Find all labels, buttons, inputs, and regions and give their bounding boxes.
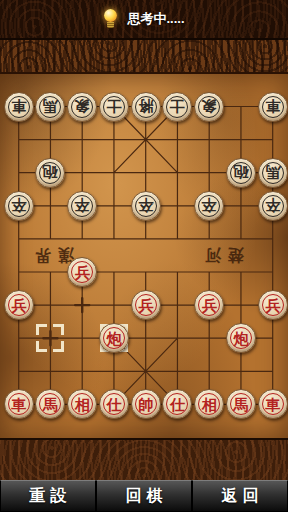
back-button[interactable]: 返回 [192,480,288,512]
piece-character: 砲 [36,159,64,187]
thinking-bulb-icon [103,9,118,30]
piece-character: 象 [68,93,96,121]
piece-character: 兵 [5,291,33,319]
status-bar: 思考中..... [0,0,288,38]
piece-black-cannon[interactable]: 砲 [226,158,256,188]
status-text: 思考中..... [127,10,184,28]
river-label-right: 楚河 [198,244,244,265]
piece-character: 將 [132,93,160,121]
piece-black-elephant[interactable]: 象 [194,92,224,122]
piece-red-elephant[interactable]: 相 [67,389,97,419]
piece-black-advisor[interactable]: 士 [162,92,192,122]
piece-red-horse[interactable]: 馬 [226,389,256,419]
piece-red-soldier[interactable]: 兵 [131,290,161,320]
piece-character: 兵 [195,291,223,319]
piece-character: 馬 [259,159,287,187]
reset-button[interactable]: 重設 [0,480,96,512]
piece-character: 砲 [227,159,255,187]
carved-wood-band-top [0,38,288,74]
piece-black-cannon[interactable]: 砲 [35,158,65,188]
piece-character: 車 [5,390,33,418]
piece-character: 卒 [5,192,33,220]
piece-red-soldier[interactable]: 兵 [194,290,224,320]
piece-character: 炮 [227,324,255,352]
piece-character: 士 [100,93,128,121]
piece-character: 車 [259,93,287,121]
piece-red-elephant[interactable]: 相 [194,389,224,419]
undo-button[interactable]: 回棋 [96,480,192,512]
piece-character: 相 [195,390,223,418]
piece-character: 兵 [68,258,96,286]
xiangqi-board[interactable]: 漢界 楚河 車馬象士將士象車砲砲馬卒卒卒卒卒兵兵兵兵兵炮炮車馬相仕帥仕相馬車 [0,74,288,438]
piece-red-advisor[interactable]: 仕 [99,389,129,419]
river-label-left: 漢界 [28,244,74,265]
carved-wood-band-bottom [0,438,288,480]
piece-black-chariot[interactable]: 車 [4,92,34,122]
piece-character: 象 [195,93,223,121]
piece-character: 帥 [132,390,160,418]
piece-red-advisor[interactable]: 仕 [162,389,192,419]
piece-black-soldier[interactable]: 卒 [258,191,288,221]
piece-black-soldier[interactable]: 卒 [131,191,161,221]
piece-black-horse[interactable]: 馬 [258,158,288,188]
piece-character: 卒 [195,192,223,220]
piece-red-cannon[interactable]: 炮 [226,323,256,353]
piece-red-soldier[interactable]: 兵 [258,290,288,320]
piece-character: 仕 [100,390,128,418]
piece-character: 仕 [163,390,191,418]
piece-character: 相 [68,390,96,418]
piece-character: 馬 [36,93,64,121]
piece-red-soldier[interactable]: 兵 [67,257,97,287]
piece-character: 兵 [132,291,160,319]
piece-character: 車 [259,390,287,418]
piece-black-soldier[interactable]: 卒 [194,191,224,221]
last-move-from-marker [36,324,64,352]
piece-character: 兵 [259,291,287,319]
piece-black-elephant[interactable]: 象 [67,92,97,122]
piece-red-chariot[interactable]: 車 [4,389,34,419]
piece-black-advisor[interactable]: 士 [99,92,129,122]
piece-character: 卒 [68,192,96,220]
piece-character: 士 [163,93,191,121]
piece-character: 卒 [132,192,160,220]
piece-character: 馬 [227,390,255,418]
piece-black-soldier[interactable]: 卒 [4,191,34,221]
piece-red-soldier[interactable]: 兵 [4,290,34,320]
piece-character: 馬 [36,390,64,418]
piece-black-horse[interactable]: 馬 [35,92,65,122]
piece-character: 卒 [259,192,287,220]
piece-black-soldier[interactable]: 卒 [67,191,97,221]
piece-red-horse[interactable]: 馬 [35,389,65,419]
piece-red-cannon[interactable]: 炮 [99,323,129,353]
piece-character: 車 [5,93,33,121]
bottom-button-bar: 重設 回棋 返回 [0,480,288,512]
app-screen: 思考中..... 漢界 楚河 車馬象士將士象車砲砲馬卒卒卒卒卒兵兵兵兵兵炮炮車馬… [0,0,288,512]
piece-red-chariot[interactable]: 車 [258,389,288,419]
piece-character: 炮 [100,324,128,352]
piece-red-general[interactable]: 帥 [131,389,161,419]
piece-black-chariot[interactable]: 車 [258,92,288,122]
piece-black-general[interactable]: 將 [131,92,161,122]
